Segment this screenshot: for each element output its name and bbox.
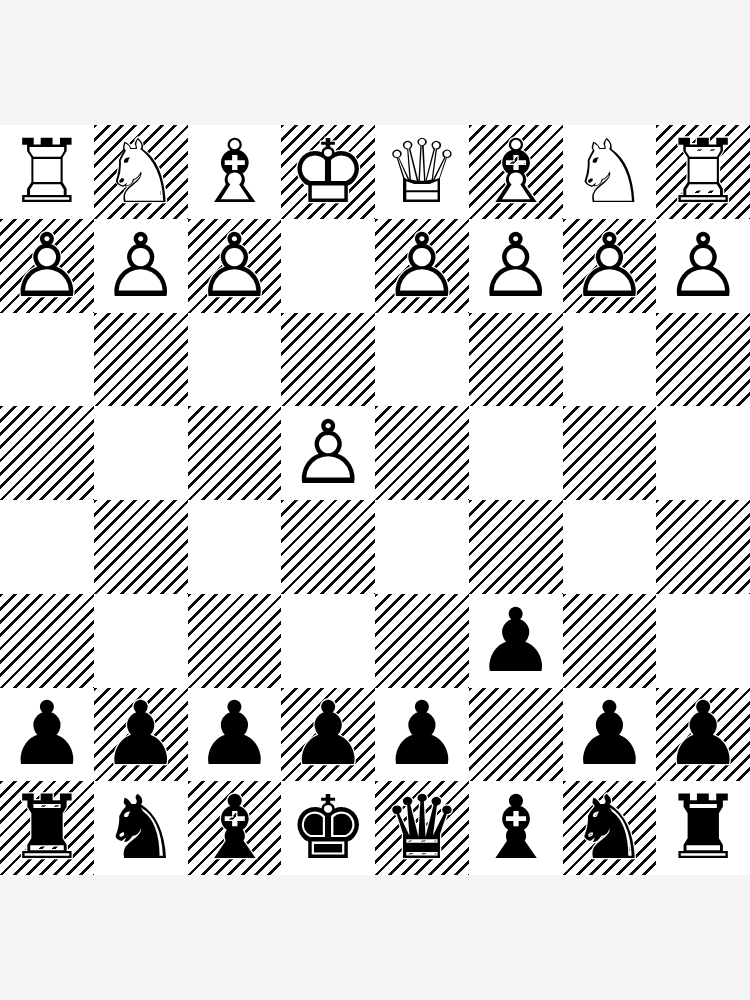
black-knight-icon: ♞ — [94, 781, 188, 875]
white-pawn-silhouette: ♟ — [656, 219, 750, 313]
square-h7[interactable]: ♟♟ — [0, 688, 94, 782]
square-d2[interactable]: ♟♙ — [375, 219, 469, 313]
square-c6[interactable]: ♟♟ — [469, 594, 563, 688]
square-h3[interactable] — [0, 313, 94, 407]
square-h6[interactable] — [0, 594, 94, 688]
black-pawn-silhouette: ♟ — [94, 688, 188, 782]
white-pawn-icon: ♙ — [188, 219, 282, 313]
square-a8[interactable]: ♜♜ — [656, 781, 750, 875]
black-pawn-icon: ♟ — [375, 688, 469, 782]
square-b1[interactable]: ♞♘ — [563, 125, 657, 219]
square-e7[interactable]: ♟♟ — [281, 688, 375, 782]
black-pawn-icon: ♟ — [656, 688, 750, 782]
black-bishop-silhouette: ♝ — [188, 781, 282, 875]
square-a5[interactable] — [656, 500, 750, 594]
square-h4[interactable] — [0, 406, 94, 500]
black-rook-silhouette: ♜ — [656, 781, 750, 875]
black-pawn-icon: ♟ — [281, 688, 375, 782]
white-bishop-icon: ♗ — [469, 125, 563, 219]
square-f7[interactable]: ♟♟ — [188, 688, 282, 782]
black-pawn-icon: ♟ — [469, 594, 563, 688]
square-d4[interactable] — [375, 406, 469, 500]
black-pawn-silhouette: ♟ — [469, 594, 563, 688]
square-b3[interactable] — [563, 313, 657, 407]
square-d1[interactable]: ♛♕ — [375, 125, 469, 219]
square-f1[interactable]: ♝♗ — [188, 125, 282, 219]
square-h5[interactable] — [0, 500, 94, 594]
square-b5[interactable] — [563, 500, 657, 594]
square-g7[interactable]: ♟♟ — [94, 688, 188, 782]
black-pawn-icon: ♟ — [0, 688, 94, 782]
black-queen-icon: ♛ — [375, 781, 469, 875]
square-c8[interactable]: ♝♝ — [469, 781, 563, 875]
square-g1[interactable]: ♞♘ — [94, 125, 188, 219]
square-b7[interactable]: ♟♟ — [563, 688, 657, 782]
black-bishop-icon: ♝ — [469, 781, 563, 875]
white-knight-icon: ♘ — [563, 125, 657, 219]
black-knight-icon: ♞ — [563, 781, 657, 875]
square-f4[interactable] — [188, 406, 282, 500]
square-e3[interactable] — [281, 313, 375, 407]
square-e4[interactable]: ♟♙ — [281, 406, 375, 500]
black-knight-silhouette: ♞ — [563, 781, 657, 875]
square-b4[interactable] — [563, 406, 657, 500]
square-b2[interactable]: ♟♙ — [563, 219, 657, 313]
square-h2[interactable]: ♟♙ — [0, 219, 94, 313]
black-bishop-icon: ♝ — [188, 781, 282, 875]
square-g8[interactable]: ♞♞ — [94, 781, 188, 875]
black-rook-silhouette: ♜ — [0, 781, 94, 875]
square-a3[interactable] — [656, 313, 750, 407]
square-d6[interactable] — [375, 594, 469, 688]
white-rook-icon: ♖ — [0, 125, 94, 219]
square-g4[interactable] — [94, 406, 188, 500]
square-a7[interactable]: ♟♟ — [656, 688, 750, 782]
white-pawn-icon: ♙ — [94, 219, 188, 313]
square-g2[interactable]: ♟♙ — [94, 219, 188, 313]
black-rook-icon: ♜ — [656, 781, 750, 875]
square-d7[interactable]: ♟♟ — [375, 688, 469, 782]
black-pawn-icon: ♟ — [563, 688, 657, 782]
black-queen-silhouette: ♛ — [375, 781, 469, 875]
square-f5[interactable] — [188, 500, 282, 594]
square-c1[interactable]: ♝♗ — [469, 125, 563, 219]
square-e5[interactable] — [281, 500, 375, 594]
white-pawn-silhouette: ♟ — [563, 219, 657, 313]
black-pawn-icon: ♟ — [188, 688, 282, 782]
white-knight-silhouette: ♞ — [94, 125, 188, 219]
square-g5[interactable] — [94, 500, 188, 594]
white-bishop-icon: ♗ — [188, 125, 282, 219]
black-king-silhouette: ♚ — [281, 781, 375, 875]
black-pawn-silhouette: ♟ — [188, 688, 282, 782]
chess-board: ♜♖♞♘♝♗♚♔♛♕♝♗♞♘♜♖♟♙♟♙♟♙♟♙♟♙♟♙♟♙♟♙♟♟♟♟♟♟♟♟… — [0, 125, 750, 875]
square-f2[interactable]: ♟♙ — [188, 219, 282, 313]
white-rook-silhouette: ♜ — [656, 125, 750, 219]
square-e6[interactable] — [281, 594, 375, 688]
square-a4[interactable] — [656, 406, 750, 500]
square-f3[interactable] — [188, 313, 282, 407]
white-bishop-silhouette: ♝ — [188, 125, 282, 219]
square-f6[interactable] — [188, 594, 282, 688]
square-a2[interactable]: ♟♙ — [656, 219, 750, 313]
black-king-icon: ♚ — [281, 781, 375, 875]
square-c7[interactable] — [469, 688, 563, 782]
white-pawn-silhouette: ♟ — [94, 219, 188, 313]
square-d8[interactable]: ♛♛ — [375, 781, 469, 875]
square-a6[interactable] — [656, 594, 750, 688]
square-b6[interactable] — [563, 594, 657, 688]
square-b8[interactable]: ♞♞ — [563, 781, 657, 875]
white-bishop-silhouette: ♝ — [469, 125, 563, 219]
square-c5[interactable] — [469, 500, 563, 594]
black-pawn-icon: ♟ — [94, 688, 188, 782]
black-pawn-silhouette: ♟ — [0, 688, 94, 782]
black-knight-silhouette: ♞ — [94, 781, 188, 875]
square-c3[interactable] — [469, 313, 563, 407]
white-pawn-silhouette: ♟ — [188, 219, 282, 313]
square-h8[interactable]: ♜♜ — [0, 781, 94, 875]
white-rook-silhouette: ♜ — [0, 125, 94, 219]
white-pawn-silhouette: ♟ — [281, 406, 375, 500]
square-d5[interactable] — [375, 500, 469, 594]
square-c4[interactable] — [469, 406, 563, 500]
white-pawn-icon: ♙ — [563, 219, 657, 313]
square-f8[interactable]: ♝♝ — [188, 781, 282, 875]
white-pawn-icon: ♙ — [281, 406, 375, 500]
black-bishop-silhouette: ♝ — [469, 781, 563, 875]
page: ♜♖♞♘♝♗♚♔♛♕♝♗♞♘♜♖♟♙♟♙♟♙♟♙♟♙♟♙♟♙♟♙♟♟♟♟♟♟♟♟… — [0, 0, 750, 1000]
white-queen-silhouette: ♛ — [375, 125, 469, 219]
black-rook-icon: ♜ — [0, 781, 94, 875]
black-pawn-silhouette: ♟ — [375, 688, 469, 782]
white-pawn-icon: ♙ — [656, 219, 750, 313]
square-e8[interactable]: ♚♚ — [281, 781, 375, 875]
white-knight-silhouette: ♞ — [563, 125, 657, 219]
black-pawn-silhouette: ♟ — [281, 688, 375, 782]
white-pawn-icon: ♙ — [375, 219, 469, 313]
white-pawn-silhouette: ♟ — [375, 219, 469, 313]
square-e2[interactable] — [281, 219, 375, 313]
white-pawn-silhouette: ♟ — [469, 219, 563, 313]
white-queen-icon: ♕ — [375, 125, 469, 219]
white-knight-icon: ♘ — [94, 125, 188, 219]
square-e1[interactable]: ♚♔ — [281, 125, 375, 219]
white-pawn-silhouette: ♟ — [0, 219, 94, 313]
square-a1[interactable]: ♜♖ — [656, 125, 750, 219]
square-g6[interactable] — [94, 594, 188, 688]
white-king-icon: ♔ — [281, 125, 375, 219]
square-h1[interactable]: ♜♖ — [0, 125, 94, 219]
white-pawn-icon: ♙ — [469, 219, 563, 313]
white-king-silhouette: ♚ — [281, 125, 375, 219]
white-pawn-icon: ♙ — [0, 219, 94, 313]
square-d3[interactable] — [375, 313, 469, 407]
black-pawn-silhouette: ♟ — [563, 688, 657, 782]
square-c2[interactable]: ♟♙ — [469, 219, 563, 313]
square-g3[interactable] — [94, 313, 188, 407]
black-pawn-silhouette: ♟ — [656, 688, 750, 782]
white-rook-icon: ♖ — [656, 125, 750, 219]
